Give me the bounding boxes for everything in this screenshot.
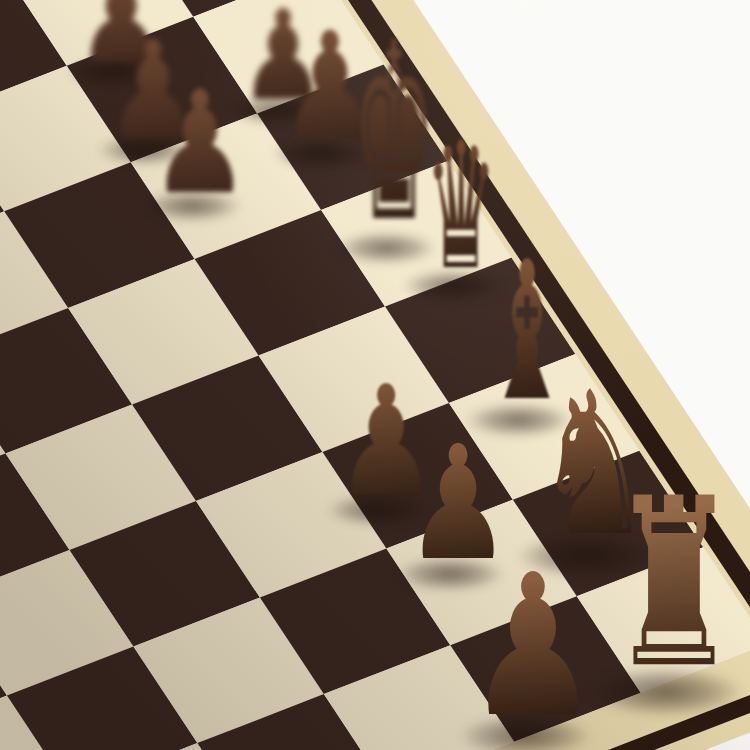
pawn-glyph: ♟: [150, 72, 249, 214]
rook-glyph: ♜: [610, 468, 739, 700]
pieces-layer: ♟♟♟♟♟♚♛♝♟♟♞♜♟: [0, 0, 750, 750]
pawn-glyph: ♟: [466, 548, 600, 744]
piece-black-pawn-g6[interactable]: ♟: [136, 72, 263, 214]
chessboard-photo: ♟♟♟♟♟♚♛♝♟♟♞♜♟: [0, 0, 750, 750]
piece-black-pawn-g1[interactable]: ♟: [445, 548, 621, 744]
